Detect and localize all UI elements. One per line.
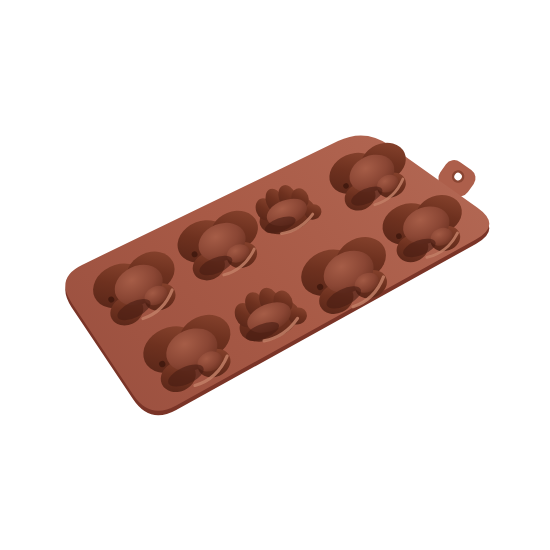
photo-background xyxy=(0,0,550,550)
product-photo-canvas xyxy=(0,0,550,550)
chocolate-mold xyxy=(65,133,489,415)
